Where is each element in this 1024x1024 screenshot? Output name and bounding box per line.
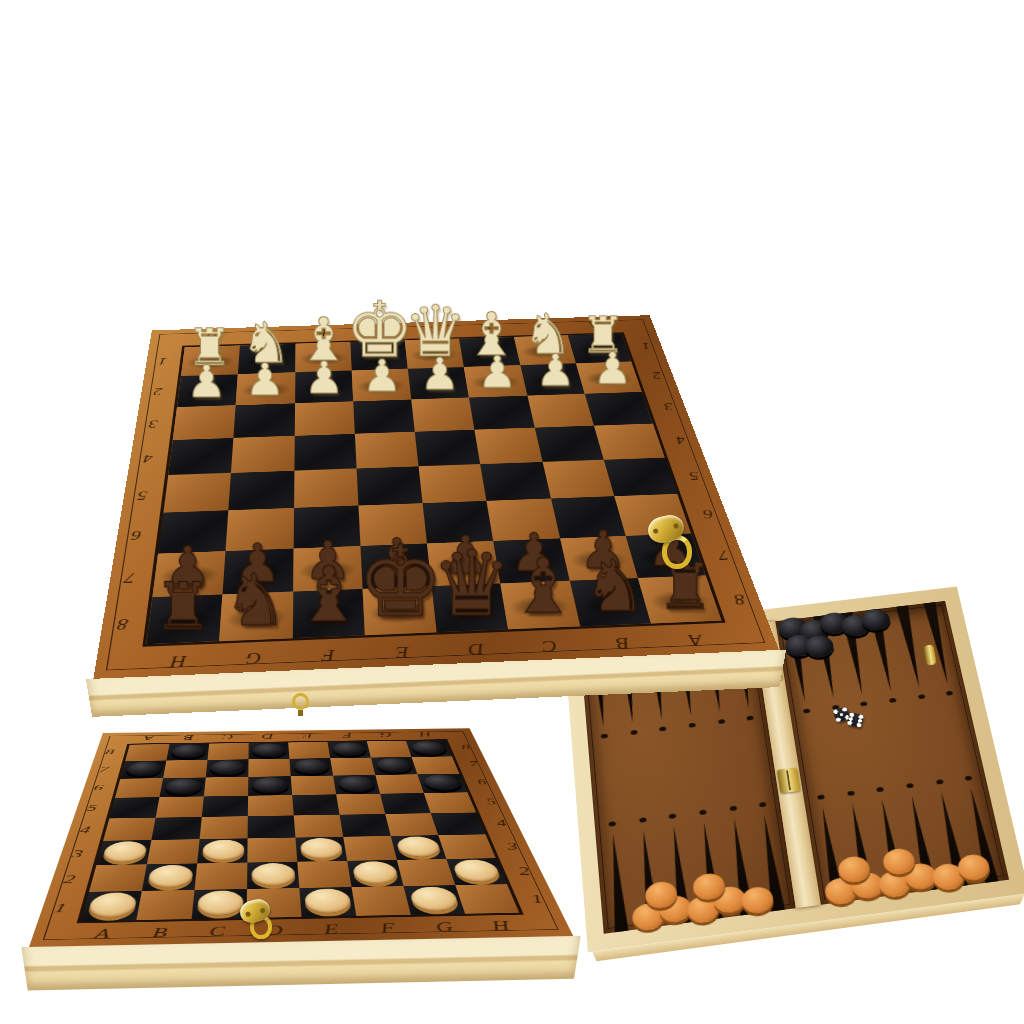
chess-square	[294, 401, 354, 436]
checkers-square	[455, 884, 519, 914]
checkers-square	[406, 740, 452, 757]
chess-square: ♟	[576, 362, 642, 394]
chess-square: ♟	[351, 369, 411, 401]
checkers-square	[343, 836, 397, 861]
chess-rank-number: 5	[137, 488, 149, 502]
chess-file-letter: G	[245, 649, 262, 667]
chess-rank-number: 8	[731, 590, 747, 606]
checkers-man-black	[124, 761, 163, 776]
checkers-rank-number: 5	[484, 797, 498, 807]
checkers-square	[391, 835, 447, 860]
checkers-square	[328, 741, 371, 758]
checkers-man-black	[209, 760, 245, 775]
chess-rank-number: 7	[715, 547, 730, 562]
checkers-file-letter: A	[93, 926, 111, 942]
point-dot	[688, 723, 695, 728]
chess-square	[231, 436, 294, 473]
checkers-man-wood	[451, 859, 502, 882]
chess-square	[534, 426, 603, 462]
checkers-man-wood	[147, 864, 194, 887]
checkers-square	[295, 837, 347, 862]
checkers-rank-number: 4	[78, 824, 91, 835]
checkers-square	[247, 862, 299, 889]
chess-square	[355, 432, 419, 469]
chess-rank-number: 3	[148, 417, 159, 429]
checkers-rank-number: 3	[70, 848, 84, 860]
point-dot	[946, 691, 954, 696]
chess-square: ♟	[177, 374, 238, 407]
point-dot	[803, 708, 811, 713]
chess-square	[173, 405, 236, 440]
chess-square: ♞	[569, 578, 650, 627]
checkers-file-letter: E	[302, 732, 313, 740]
checkers-gold-clasp	[240, 900, 272, 939]
checkers-rank-number: 6	[476, 778, 489, 787]
checkers-man-wood	[299, 838, 343, 859]
checkers-man-black	[374, 758, 413, 773]
chess-board: ♜♞♝♚♛♝♞♜♟♟♟♟♟♟♟♟♟♟♟♟♟♟♟♟♜♞♝♚♛♝♞♜ HH11GG2…	[93, 315, 779, 679]
chess-square	[542, 460, 614, 499]
checkers-man-wood	[395, 836, 442, 857]
chess-rank-number: 1	[158, 356, 168, 366]
checkers-square	[247, 838, 297, 863]
checkers-square	[103, 818, 156, 841]
chess-square	[584, 392, 652, 426]
checkers-file-letter: A	[143, 734, 155, 742]
chess-piece-white-pawn: ♟	[420, 354, 460, 396]
checkers-man-black	[170, 744, 206, 758]
chess-square	[415, 430, 481, 467]
checkers-square	[385, 813, 438, 836]
checkers-square	[294, 815, 343, 838]
chess-square	[527, 394, 594, 428]
checkers-man-black	[409, 741, 448, 755]
checkers-file-letter: C	[223, 733, 234, 741]
chess-file-letter: B	[613, 634, 631, 652]
checkers-file-letter: B	[183, 734, 194, 742]
chess-square	[163, 473, 231, 513]
checkers-square	[299, 887, 356, 917]
checkers-man-wood	[201, 839, 244, 860]
chess-rank-number: 6	[130, 527, 142, 542]
checkers-man-wood	[86, 892, 137, 917]
chess-piece-dark-rook: ♜	[154, 577, 212, 639]
chess-square: ♞	[219, 591, 292, 641]
backgammon-point-row	[596, 796, 793, 934]
point-dot	[906, 783, 914, 788]
chess-file-letter: H	[169, 652, 187, 670]
checkers-rank-number: 7	[98, 765, 110, 774]
chess-square: ♟	[408, 367, 469, 399]
checkers-square	[446, 858, 507, 885]
checkers-square	[249, 742, 290, 759]
chess-piece-white-pawn: ♟	[478, 352, 518, 394]
chess-square	[168, 438, 233, 475]
checkers-square	[142, 863, 197, 890]
checkers-man-wood	[351, 861, 398, 884]
checkers-rank-number: 4	[494, 818, 509, 829]
ring-icon	[292, 693, 309, 710]
checkers-man-black	[252, 743, 286, 757]
checkers-square	[438, 834, 496, 859]
checkers-file-letter: B	[151, 925, 168, 941]
checkers-play-area	[77, 739, 524, 923]
checkers-square	[125, 744, 169, 761]
checkers-square	[136, 890, 194, 920]
checkers-square	[166, 744, 209, 761]
point-dot	[847, 791, 855, 796]
checkers-square	[367, 741, 412, 758]
checkers-file-letter: F	[341, 731, 353, 739]
chess-rank-number: 8	[116, 615, 129, 632]
checkers-square	[411, 756, 459, 774]
checkers-man-black	[421, 774, 463, 790]
checkers-rank-number: 8	[104, 748, 115, 756]
checkers-square	[248, 759, 290, 777]
chess-play-area: ♜♞♝♚♛♝♞♜♟♟♟♟♟♟♟♟♟♟♟♟♟♟♟♟♜♞♝♚♛♝♞♜	[142, 332, 725, 647]
checkers-square	[192, 889, 247, 919]
checkers-file-letter: D	[262, 732, 274, 740]
checkers-man-wood	[251, 863, 295, 886]
checkers-file-letter: H	[489, 918, 512, 934]
point-dot	[729, 806, 737, 812]
checkers-square	[81, 891, 142, 921]
checkers-rank-number: 8	[460, 743, 472, 751]
chess-rank-number: 7	[124, 569, 137, 585]
point-triangle	[603, 833, 632, 933]
chess-file-letter: A	[686, 631, 705, 649]
checkers-man-black	[331, 742, 368, 756]
chess-piece-white-pawn: ♟	[245, 359, 285, 401]
checkers-man-black	[336, 776, 376, 792]
chess-square	[469, 395, 534, 429]
chess-rank-number: 3	[662, 400, 675, 411]
chess-piece-white-pawn: ♟	[593, 348, 632, 390]
checkers-square	[371, 757, 418, 775]
chess-rank-number: 4	[142, 451, 153, 464]
chess-piece-white-pawn: ♟	[304, 357, 344, 399]
chess-rank-number: 6	[700, 506, 715, 520]
chess-rank-number: 5	[687, 468, 701, 481]
checkers-square	[156, 796, 204, 817]
chess-square: ♟	[520, 363, 584, 395]
point-dot	[876, 787, 884, 792]
checkers-square	[297, 861, 351, 888]
checkers-man-wood	[196, 890, 243, 915]
checkers-square	[289, 758, 333, 776]
point-dot	[817, 794, 825, 799]
chess-piece-dark-bishop: ♝	[509, 552, 577, 624]
chess-piece-dark-bishop: ♝	[294, 560, 363, 633]
checkers-file-letter: C	[209, 924, 226, 940]
chess-square	[604, 458, 678, 497]
chess-square: ♜	[638, 575, 722, 623]
checkers-square	[120, 761, 166, 779]
checkers-rank-number: 5	[86, 803, 99, 813]
checkers-hanging-ring	[292, 693, 309, 716]
checkers-rank-number: 2	[62, 873, 77, 886]
checkers-square	[336, 794, 385, 815]
chess-square: ♟	[295, 371, 353, 403]
checkers-square	[204, 777, 248, 797]
checkers-square	[431, 812, 486, 835]
chess-piece-dark-knight: ♞	[224, 568, 289, 636]
chess-piece-dark-king: ♚	[356, 537, 444, 630]
checkers-square	[347, 860, 403, 887]
product-photo-canvas: ♜♞♝♚♛♝♞♜♟♟♟♟♟♟♟♟♟♟♟♟♟♟♟♟♜♞♝♚♛♝♞♜ HH11GG2…	[0, 0, 1024, 1024]
checkers-file-letter: E	[323, 922, 339, 938]
checkers-man-black	[163, 778, 202, 795]
checkers-square	[115, 778, 163, 798]
backgammon-point-row	[805, 770, 1007, 905]
checkers-square	[147, 839, 200, 864]
checkers-square	[207, 743, 248, 760]
checkers-square	[163, 760, 207, 778]
point-dot	[608, 821, 616, 827]
point-dot	[699, 810, 707, 816]
point-dot	[935, 779, 943, 784]
checkers-rank-number: 6	[92, 783, 104, 792]
checkers-rank-number: 1	[52, 901, 68, 916]
checkers-square	[380, 793, 431, 814]
chess-piece-dark-knight: ♞	[583, 554, 647, 622]
checkers-square	[333, 775, 380, 794]
checkers-rank-number: 2	[516, 865, 533, 878]
chess-square: ♚	[362, 586, 436, 635]
checkers-man-black	[293, 759, 330, 774]
chess-square	[234, 403, 295, 438]
chess-rank-number: 2	[651, 370, 663, 381]
chess-square	[594, 424, 665, 460]
checkers-man-wood	[101, 841, 147, 862]
chess-square	[353, 399, 415, 433]
chess-square	[356, 466, 422, 505]
checkers-frame: AA88BB77CC66DD55EE44FF33GG22HH11	[29, 728, 573, 947]
checkers-square	[197, 838, 247, 863]
checkers-rank-number: 7	[467, 760, 480, 769]
chess-piece-white-pawn: ♟	[535, 350, 575, 392]
chess-gold-clasp	[648, 516, 692, 569]
checkers-square	[206, 759, 249, 777]
chess-piece-white-pawn: ♟	[362, 356, 402, 398]
point-dot	[759, 802, 767, 808]
checkers-square	[330, 758, 375, 776]
chess-rank-number: 1	[640, 341, 652, 351]
checkers-rank-number: 1	[528, 892, 546, 906]
checkers-square	[417, 774, 467, 793]
checkers-file-letter: H	[418, 730, 433, 738]
checkers-square	[109, 797, 159, 818]
chess-square	[294, 434, 356, 471]
checkers-square	[159, 777, 205, 797]
chess-piece-white-pawn: ♟	[187, 361, 227, 403]
point-dot	[639, 817, 647, 823]
checkers-square	[151, 817, 201, 840]
checkers-square	[375, 774, 424, 793]
point-dot	[889, 698, 897, 703]
chess-frame: ♜♞♝♚♛♝♞♜♟♟♟♟♟♟♟♟♟♟♟♟♟♟♟♟♜♞♝♚♛♝♞♜ HH11GG2…	[93, 315, 779, 679]
checkers-rank-number: 3	[505, 840, 521, 852]
checkers-square	[200, 816, 248, 839]
die	[847, 712, 865, 728]
point-dot	[717, 719, 724, 724]
chess-square: ♝	[292, 589, 364, 638]
point-dot	[630, 730, 637, 735]
chess-square: ♟	[464, 365, 527, 397]
chess-square	[475, 428, 542, 465]
chess-file-letter: F	[321, 646, 335, 664]
checkers-square	[352, 886, 411, 916]
chess-square: ♜	[146, 594, 222, 644]
point-dot	[965, 775, 973, 780]
checkers-square	[248, 776, 292, 796]
checkers-square	[195, 863, 248, 890]
checkers-file-letter: G	[379, 731, 393, 739]
point-dot	[669, 813, 677, 819]
chess-square	[419, 464, 487, 503]
checkers-board: AA88BB77CC66DD55EE44FF33GG22HH11	[29, 728, 573, 947]
checkers-square	[288, 742, 330, 759]
chess-square	[480, 462, 550, 501]
point-dot	[860, 701, 868, 706]
checkers-square	[202, 796, 248, 817]
checkers-square	[340, 814, 391, 837]
checkers-square	[248, 795, 294, 816]
chess-file-letter: D	[467, 640, 485, 658]
ring-stem	[298, 710, 303, 716]
checkers-man-wood	[408, 886, 460, 911]
chess-square	[411, 397, 474, 431]
checkers-file-letter: F	[379, 921, 397, 937]
checkers-man-black	[252, 777, 289, 793]
point-dot	[917, 694, 925, 699]
checkers-square	[96, 840, 151, 865]
chess-square	[229, 471, 294, 511]
checkers-square	[248, 815, 296, 838]
chess-file-letter: C	[540, 637, 558, 655]
checkers-square	[291, 776, 336, 795]
checkers-square	[424, 792, 476, 813]
chess-square: ♟	[236, 372, 295, 405]
chess-square	[294, 468, 359, 508]
point-dot	[659, 726, 666, 731]
checkers-file-letter: G	[433, 919, 455, 935]
point-dot	[601, 734, 608, 739]
checkers-square	[397, 859, 455, 886]
checkers-man-wood	[303, 888, 351, 913]
gold-hinge	[777, 767, 801, 793]
checkers-square	[292, 794, 339, 815]
chess-file-letter: E	[394, 643, 409, 661]
chess-rank-number: 2	[153, 386, 163, 397]
checkers-square	[89, 864, 147, 892]
chess-rank-number: 4	[674, 433, 687, 445]
point-dot	[747, 715, 754, 720]
